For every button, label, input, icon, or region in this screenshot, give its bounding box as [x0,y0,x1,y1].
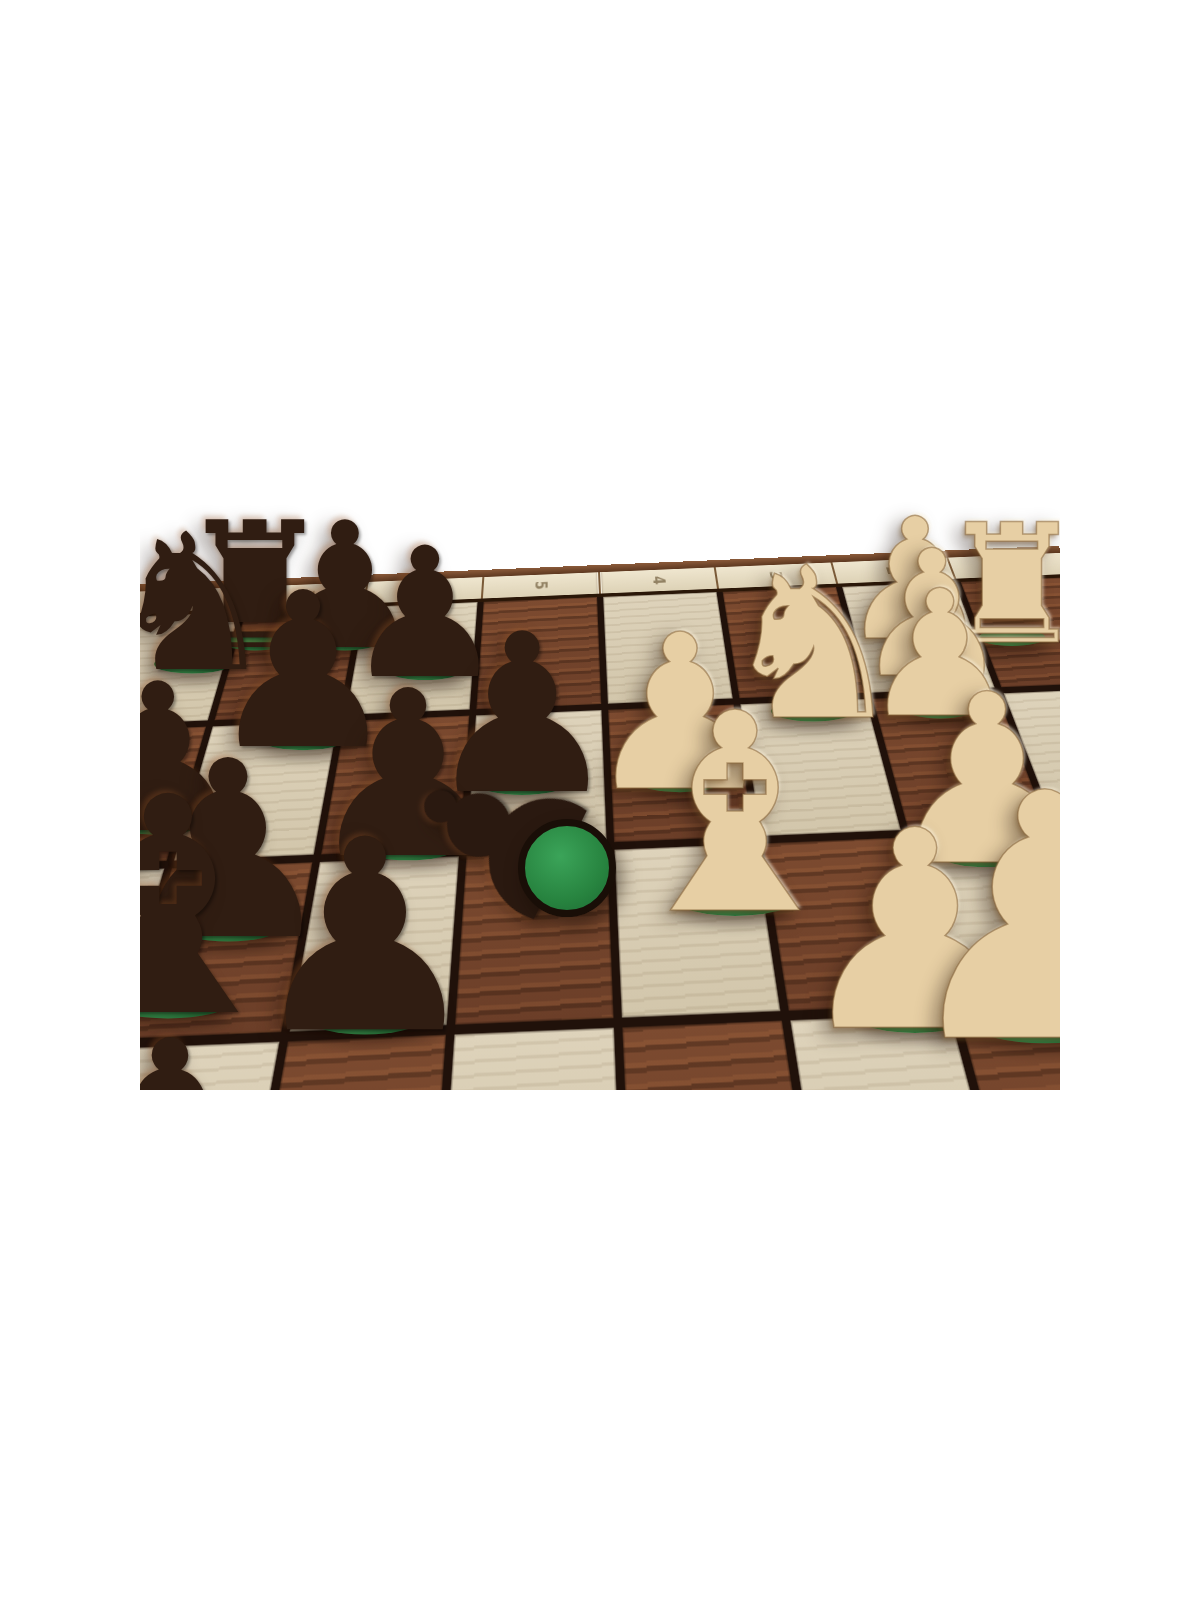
fallen-piece-felt-base [518,819,616,917]
piece-black-pawn: ♟ [246,805,484,1070]
piece-white-pawn: ♟ [893,749,1060,1089]
board-square [622,1021,814,1090]
rank-label: 4 [649,576,668,585]
page-background: 87654321 ♞♜♟♟♟♟♟♟♟♟♝♟♟♞♝♟♟♟♜♟♟♟♟ [0,0,1200,1600]
chess-set-photo: 87654321 ♞♜♟♟♟♟♟♟♟♟♝♟♟♞♝♟♟♟♜♟♟♟♟ [140,500,1060,1090]
piece-black-pawn: ♟ [140,1011,273,1090]
